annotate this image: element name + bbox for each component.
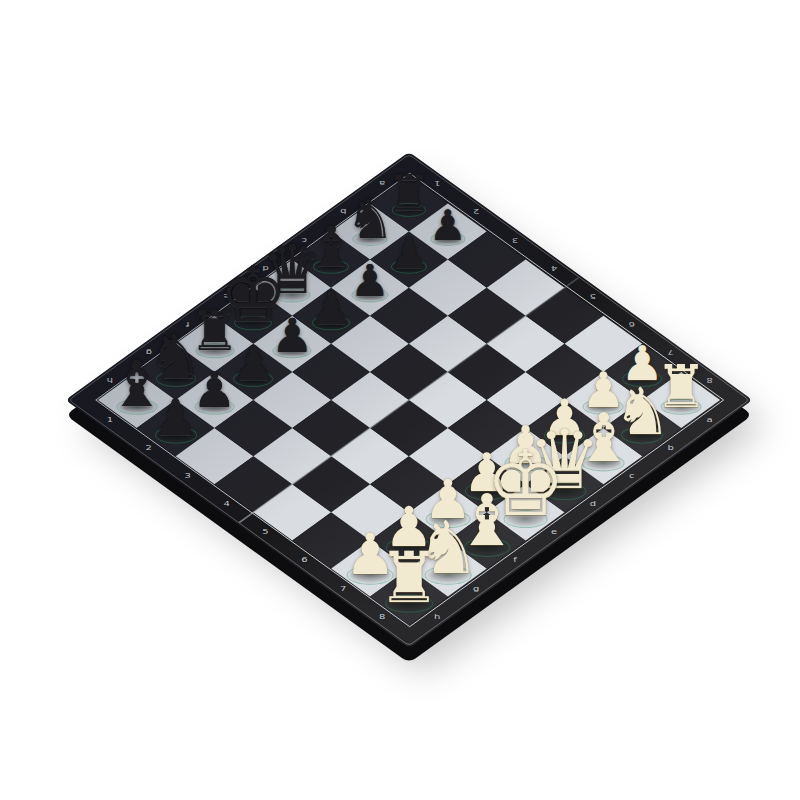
rank-label-6-near: 6 <box>300 557 306 564</box>
rank-label-2-near: 2 <box>145 444 151 451</box>
file-label-a-far: a <box>378 180 384 187</box>
black-pawn-icon: ♟ <box>429 200 467 249</box>
black-pawn-f2[interactable]: ♟ <box>232 339 275 387</box>
rank-label-4-far: 4 <box>550 264 556 271</box>
rank-label-3-far: 3 <box>511 236 517 243</box>
white-rook-icon: ♜ <box>378 537 441 619</box>
black-pawn-d2[interactable]: ♟ <box>311 285 352 331</box>
black-pawn-a2[interactable]: ♟ <box>429 204 467 246</box>
black-pawn-e2[interactable]: ♟ <box>271 312 313 359</box>
black-pawn-icon: ♟ <box>390 227 429 277</box>
black-pawn-b2[interactable]: ♟ <box>390 231 429 274</box>
rank-label-3-near: 3 <box>184 472 190 479</box>
black-pawn-g2[interactable]: ♟ <box>193 366 237 415</box>
rank-label-5-far: 5 <box>589 292 595 299</box>
black-pawn-h2[interactable]: ♟ <box>153 393 198 443</box>
rank-label-2-far: 2 <box>472 208 478 215</box>
black-pawn-icon: ♟ <box>311 281 352 335</box>
white-rook-h8[interactable]: ♜ <box>378 543 441 613</box>
rank-label-4-near: 4 <box>223 501 229 508</box>
rank-label-5-near: 5 <box>262 529 268 536</box>
black-pawn-icon: ♟ <box>271 308 313 363</box>
black-pawn-icon: ♟ <box>193 362 237 419</box>
stage: 1122334455667788hhggffeeddccbbaa ♜♞♝♛♚♝♞… <box>0 0 800 800</box>
rank-label-6-far: 6 <box>628 320 634 327</box>
black-pawn-icon: ♟ <box>153 389 198 447</box>
black-pawn-icon: ♟ <box>232 335 275 391</box>
rank-label-1-far: 1 <box>433 180 439 187</box>
black-pawn-icon: ♟ <box>350 254 389 305</box>
black-pawn-c2[interactable]: ♟ <box>350 258 389 302</box>
